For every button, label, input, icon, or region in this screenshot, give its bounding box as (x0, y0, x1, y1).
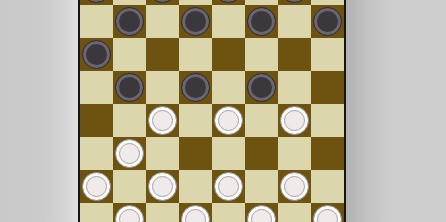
square-r5c8 (311, 104, 344, 137)
dark-piece-face (251, 77, 272, 98)
square-r8c4[interactable] (179, 203, 212, 222)
square-r2c6[interactable] (245, 5, 278, 38)
square-r6c6[interactable] (245, 137, 278, 170)
dark-piece-face (119, 11, 140, 32)
square-r6c8[interactable] (311, 137, 344, 170)
background-left (0, 0, 78, 222)
square-r2c4[interactable] (179, 5, 212, 38)
dark-piece[interactable] (280, 0, 309, 3)
white-piece-face (284, 110, 305, 131)
square-r5c5[interactable] (212, 104, 245, 137)
dark-piece-face (185, 77, 206, 98)
dark-piece[interactable] (115, 7, 144, 36)
square-r4c7 (278, 71, 311, 104)
white-piece[interactable] (214, 172, 243, 201)
white-piece[interactable] (115, 139, 144, 168)
white-piece-face (152, 176, 173, 197)
square-r6c4[interactable] (179, 137, 212, 170)
dark-piece[interactable] (181, 7, 210, 36)
square-r8c6[interactable] (245, 203, 278, 222)
dark-piece[interactable] (181, 73, 210, 102)
white-piece[interactable] (181, 205, 210, 222)
square-r8c5 (212, 203, 245, 222)
dark-piece-face (86, 44, 107, 65)
dark-piece-face (317, 11, 338, 32)
screen (0, 0, 446, 222)
square-r4c6[interactable] (245, 71, 278, 104)
white-piece[interactable] (280, 172, 309, 201)
white-piece[interactable] (214, 106, 243, 135)
white-piece[interactable] (148, 106, 177, 135)
square-r3c7[interactable] (278, 38, 311, 71)
white-piece-face (317, 209, 338, 222)
white-piece-face (119, 209, 140, 222)
square-r4c8[interactable] (311, 71, 344, 104)
square-r6c1 (80, 137, 113, 170)
square-r6c7 (278, 137, 311, 170)
square-r7c2 (113, 170, 146, 203)
square-r7c3[interactable] (146, 170, 179, 203)
white-piece-face (251, 209, 272, 222)
white-piece-face (185, 209, 206, 222)
dark-piece[interactable] (82, 40, 111, 69)
white-piece-face (218, 110, 239, 131)
board-grid (80, 0, 344, 222)
square-r3c3[interactable] (146, 38, 179, 71)
white-piece-face (284, 176, 305, 197)
square-r7c6 (245, 170, 278, 203)
square-r6c5 (212, 137, 245, 170)
white-piece-face (86, 176, 107, 197)
square-r2c2[interactable] (113, 5, 146, 38)
checkers-board (78, 0, 346, 222)
square-r4c3 (146, 71, 179, 104)
white-piece-face (119, 143, 140, 164)
background-right (346, 0, 446, 222)
square-r3c6 (245, 38, 278, 71)
white-piece[interactable] (313, 205, 342, 222)
square-r3c5[interactable] (212, 38, 245, 71)
square-r4c5 (212, 71, 245, 104)
square-r6c2[interactable] (113, 137, 146, 170)
square-r5c3[interactable] (146, 104, 179, 137)
square-r2c3 (146, 5, 179, 38)
dark-piece[interactable] (214, 0, 243, 3)
square-r5c2 (113, 104, 146, 137)
square-r8c8[interactable] (311, 203, 344, 222)
square-r8c3 (146, 203, 179, 222)
white-piece[interactable] (115, 205, 144, 222)
square-r5c7[interactable] (278, 104, 311, 137)
square-r7c7[interactable] (278, 170, 311, 203)
dark-piece-face (251, 11, 272, 32)
square-r5c4 (179, 104, 212, 137)
square-r8c7 (278, 203, 311, 222)
dark-piece[interactable] (247, 73, 276, 102)
square-r3c1[interactable] (80, 38, 113, 71)
square-r7c1[interactable] (80, 170, 113, 203)
white-piece[interactable] (280, 106, 309, 135)
square-r2c8[interactable] (311, 5, 344, 38)
square-r2c7 (278, 5, 311, 38)
square-r5c1[interactable] (80, 104, 113, 137)
white-piece-face (218, 176, 239, 197)
white-piece[interactable] (247, 205, 276, 222)
square-r8c1 (80, 203, 113, 222)
square-r3c2 (113, 38, 146, 71)
square-r2c1 (80, 5, 113, 38)
square-r8c2[interactable] (113, 203, 146, 222)
dark-piece[interactable] (115, 73, 144, 102)
white-piece[interactable] (82, 172, 111, 201)
square-r3c4 (179, 38, 212, 71)
dark-piece[interactable] (313, 7, 342, 36)
square-r7c8 (311, 170, 344, 203)
square-r3c8 (311, 38, 344, 71)
square-r5c6 (245, 104, 278, 137)
square-r6c3 (146, 137, 179, 170)
white-piece[interactable] (148, 172, 177, 201)
white-piece-face (152, 110, 173, 131)
square-r4c1 (80, 71, 113, 104)
dark-piece[interactable] (82, 0, 111, 3)
dark-piece-face (185, 11, 206, 32)
square-r4c2[interactable] (113, 71, 146, 104)
square-r7c5[interactable] (212, 170, 245, 203)
dark-piece[interactable] (148, 0, 177, 3)
dark-piece[interactable] (247, 7, 276, 36)
square-r4c4[interactable] (179, 71, 212, 104)
square-r2c5 (212, 5, 245, 38)
dark-piece-face (119, 77, 140, 98)
square-r7c4 (179, 170, 212, 203)
